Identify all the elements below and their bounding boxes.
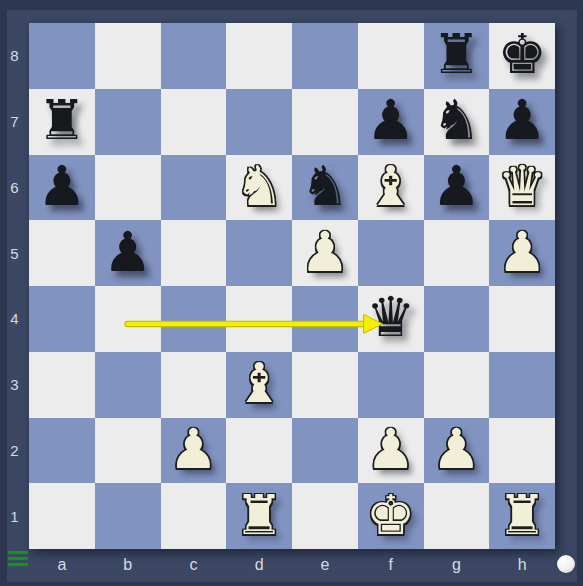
square-f2[interactable]: ♟	[358, 418, 424, 484]
piece-white-pawn[interactable]: ♟	[366, 422, 415, 477]
menu-icon-bar	[8, 557, 28, 560]
square-c8[interactable]	[161, 23, 227, 89]
file-labels: abcdefgh	[29, 553, 555, 586]
square-h7[interactable]: ♟	[489, 89, 555, 155]
file-label-a: a	[29, 553, 95, 586]
square-d5[interactable]	[226, 220, 292, 286]
square-f5[interactable]	[358, 220, 424, 286]
square-h2[interactable]	[489, 418, 555, 484]
piece-white-king[interactable]: ♚	[366, 488, 415, 543]
piece-black-knight[interactable]: ♞	[432, 93, 481, 148]
piece-white-pawn[interactable]: ♟	[497, 225, 546, 280]
square-b7[interactable]	[95, 89, 161, 155]
square-f7[interactable]: ♟	[358, 89, 424, 155]
rank-label-7: 7	[0, 89, 29, 155]
piece-black-pawn[interactable]: ♟	[103, 225, 152, 280]
square-d7[interactable]	[226, 89, 292, 155]
file-label-d: d	[226, 553, 292, 586]
square-e5[interactable]: ♟	[292, 220, 358, 286]
square-d4[interactable]	[226, 286, 292, 352]
square-g6[interactable]: ♟	[424, 155, 490, 221]
piece-black-king[interactable]: ♚	[497, 27, 546, 82]
square-h5[interactable]: ♟	[489, 220, 555, 286]
square-e4[interactable]	[292, 286, 358, 352]
square-g4[interactable]	[424, 286, 490, 352]
square-e1[interactable]	[292, 483, 358, 549]
rank-labels: 87654321	[0, 23, 29, 549]
square-g2[interactable]: ♟	[424, 418, 490, 484]
piece-black-pawn[interactable]: ♟	[432, 159, 481, 214]
piece-white-pawn[interactable]: ♟	[432, 422, 481, 477]
file-label-h: h	[489, 553, 555, 586]
square-e3[interactable]	[292, 352, 358, 418]
square-e2[interactable]	[292, 418, 358, 484]
piece-white-knight[interactable]: ♞	[234, 159, 283, 214]
square-b2[interactable]	[95, 418, 161, 484]
piece-black-queen[interactable]: ♛	[366, 290, 415, 345]
rank-label-5: 5	[0, 220, 29, 286]
square-f1[interactable]: ♚	[358, 483, 424, 549]
square-b5[interactable]: ♟	[95, 220, 161, 286]
square-d1[interactable]: ♜	[226, 483, 292, 549]
square-c1[interactable]	[161, 483, 227, 549]
side-to-move-indicator	[557, 555, 575, 573]
square-f6[interactable]: ♝	[358, 155, 424, 221]
square-b4[interactable]	[95, 286, 161, 352]
square-b3[interactable]	[95, 352, 161, 418]
square-c6[interactable]	[161, 155, 227, 221]
piece-black-pawn[interactable]: ♟	[497, 93, 546, 148]
square-f8[interactable]	[358, 23, 424, 89]
square-h6[interactable]: ♛	[489, 155, 555, 221]
square-d6[interactable]: ♞	[226, 155, 292, 221]
piece-white-pawn[interactable]: ♟	[300, 225, 349, 280]
square-d8[interactable]	[226, 23, 292, 89]
square-g8[interactable]: ♜	[424, 23, 490, 89]
file-label-c: c	[161, 553, 227, 586]
square-b1[interactable]	[95, 483, 161, 549]
piece-black-rook[interactable]: ♜	[432, 27, 481, 82]
square-c2[interactable]: ♟	[161, 418, 227, 484]
rank-label-2: 2	[0, 418, 29, 484]
square-a7[interactable]: ♜	[29, 89, 95, 155]
square-c3[interactable]	[161, 352, 227, 418]
square-c7[interactable]	[161, 89, 227, 155]
square-d3[interactable]: ♝	[226, 352, 292, 418]
piece-white-bishop[interactable]: ♝	[234, 356, 283, 411]
square-c4[interactable]	[161, 286, 227, 352]
square-a6[interactable]: ♟	[29, 155, 95, 221]
piece-black-rook[interactable]: ♜	[37, 93, 86, 148]
rank-label-1: 1	[0, 483, 29, 549]
rank-label-6: 6	[0, 155, 29, 221]
rank-label-8: 8	[0, 23, 29, 89]
square-e7[interactable]	[292, 89, 358, 155]
file-label-g: g	[424, 553, 490, 586]
rank-label-4: 4	[0, 286, 29, 352]
square-g7[interactable]: ♞	[424, 89, 490, 155]
square-b8[interactable]	[95, 23, 161, 89]
square-b6[interactable]	[95, 155, 161, 221]
rank-label-3: 3	[0, 352, 29, 418]
chess-app-window: 87654321 ♜♚♜♟♞♟♟♞♞♝♟♛♟♟♟♛♝♟♟♟♜♚♜ abcdefg…	[0, 0, 583, 586]
square-f4[interactable]: ♛	[358, 286, 424, 352]
square-e8[interactable]	[292, 23, 358, 89]
square-h3[interactable]	[489, 352, 555, 418]
piece-white-pawn[interactable]: ♟	[169, 422, 218, 477]
square-f3[interactable]	[358, 352, 424, 418]
square-h1[interactable]: ♜	[489, 483, 555, 549]
piece-white-rook[interactable]: ♜	[497, 488, 546, 543]
square-c5[interactable]	[161, 220, 227, 286]
file-label-e: e	[292, 553, 358, 586]
piece-white-queen[interactable]: ♛	[497, 159, 546, 214]
square-h8[interactable]: ♚	[489, 23, 555, 89]
piece-white-rook[interactable]: ♜	[234, 488, 283, 543]
file-label-f: f	[358, 553, 424, 586]
menu-icon-bar	[8, 551, 28, 554]
square-a4[interactable]	[29, 286, 95, 352]
piece-black-pawn[interactable]: ♟	[366, 93, 415, 148]
square-g3[interactable]	[424, 352, 490, 418]
menu-icon[interactable]	[8, 551, 28, 566]
square-g1[interactable]	[424, 483, 490, 549]
square-a8[interactable]	[29, 23, 95, 89]
square-g5[interactable]	[424, 220, 490, 286]
chess-board[interactable]: ♜♚♜♟♞♟♟♞♞♝♟♛♟♟♟♛♝♟♟♟♜♚♜	[29, 23, 555, 549]
square-a3[interactable]	[29, 352, 95, 418]
square-a1[interactable]	[29, 483, 95, 549]
square-e6[interactable]: ♞	[292, 155, 358, 221]
file-label-b: b	[95, 553, 161, 586]
square-a5[interactable]	[29, 220, 95, 286]
piece-white-bishop[interactable]: ♝	[366, 159, 415, 214]
square-a2[interactable]	[29, 418, 95, 484]
square-h4[interactable]	[489, 286, 555, 352]
square-d2[interactable]	[226, 418, 292, 484]
menu-icon-bar	[8, 563, 28, 566]
piece-black-knight[interactable]: ♞	[300, 159, 349, 214]
piece-black-pawn[interactable]: ♟	[37, 159, 86, 214]
